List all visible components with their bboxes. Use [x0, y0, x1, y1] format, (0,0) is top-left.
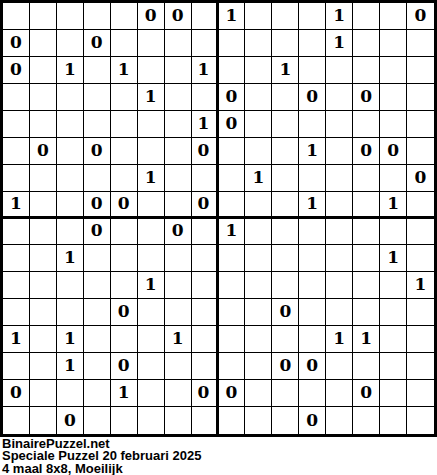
cell-r5c9: 0: [219, 111, 246, 138]
cell-r16c16[interactable]: [407, 407, 434, 434]
cell-r8c2[interactable]: [30, 192, 57, 219]
cell-r15c15[interactable]: [380, 380, 407, 407]
cell-r4c9: 0: [219, 84, 246, 111]
cell-r14c13[interactable]: [326, 353, 353, 380]
cell-r2c4: 0: [84, 30, 111, 57]
cell-r12c16[interactable]: [407, 299, 434, 326]
cell-r1c7: 0: [165, 3, 192, 30]
cell-r2c6[interactable]: [138, 30, 165, 57]
cell-r3c7[interactable]: [165, 57, 192, 84]
cell-r5c7[interactable]: [165, 111, 192, 138]
cell-r7c9[interactable]: [219, 165, 246, 192]
cell-r16c4[interactable]: [84, 407, 111, 434]
cell-r2c13: 1: [326, 30, 353, 57]
cell-r6c12: 1: [299, 138, 326, 165]
cell-r1c15[interactable]: [380, 3, 407, 30]
cell-r15c10[interactable]: [245, 380, 272, 407]
cell-r3c5: 1: [111, 57, 138, 84]
cell-r1c6: 0: [138, 3, 165, 30]
cell-r10c11[interactable]: [272, 245, 299, 272]
cell-r10c4[interactable]: [84, 245, 111, 272]
cell-r10c2[interactable]: [30, 245, 57, 272]
cell-r9c3[interactable]: [57, 219, 84, 246]
cell-r6c8: 0: [192, 138, 219, 165]
cell-r5c8: 1: [192, 111, 219, 138]
puzzle-info: 4 maal 8x8, Moeilijk: [2, 463, 437, 475]
cell-r11c4[interactable]: [84, 272, 111, 299]
cell-r6c4: 0: [84, 138, 111, 165]
cell-r11c15[interactable]: [380, 272, 407, 299]
cell-r3c6[interactable]: [138, 57, 165, 84]
cell-r16c14[interactable]: [353, 407, 380, 434]
cell-r12c2[interactable]: [30, 299, 57, 326]
cell-r5c13[interactable]: [326, 111, 353, 138]
cell-r10c7[interactable]: [165, 245, 192, 272]
cell-r4c6: 1: [138, 84, 165, 111]
cell-r14c9[interactable]: [219, 353, 246, 380]
cell-r11c16: 1: [407, 272, 434, 299]
cell-r12c15[interactable]: [380, 299, 407, 326]
cell-r11c14[interactable]: [353, 272, 380, 299]
cell-r16c2[interactable]: [30, 407, 57, 434]
cell-r6c9[interactable]: [219, 138, 246, 165]
cell-r1c3[interactable]: [57, 3, 84, 30]
cell-r9c15[interactable]: [380, 219, 407, 246]
cell-r4c15[interactable]: [380, 84, 407, 111]
cell-r5c14[interactable]: [353, 111, 380, 138]
cell-r15c3[interactable]: [57, 380, 84, 407]
cell-r9c13[interactable]: [326, 219, 353, 246]
cell-r5c12[interactable]: [299, 111, 326, 138]
cell-r10c14[interactable]: [353, 245, 380, 272]
cell-r10c9[interactable]: [219, 245, 246, 272]
cell-r13c12[interactable]: [299, 326, 326, 353]
cell-r7c10: 1: [245, 165, 272, 192]
cell-r3c2[interactable]: [30, 57, 57, 84]
cell-r6c6[interactable]: [138, 138, 165, 165]
cell-r14c1[interactable]: [3, 353, 30, 380]
cell-r6c11[interactable]: [272, 138, 299, 165]
cell-r16c5[interactable]: [111, 407, 138, 434]
cell-r13c13: 1: [326, 326, 353, 353]
cell-r14c7[interactable]: [165, 353, 192, 380]
cell-r6c2: 0: [30, 138, 57, 165]
cell-r13c7: 1: [165, 326, 192, 353]
cell-r16c15[interactable]: [380, 407, 407, 434]
cell-r8c14[interactable]: [353, 192, 380, 219]
cell-r10c8[interactable]: [192, 245, 219, 272]
cell-r13c10[interactable]: [245, 326, 272, 353]
cell-r6c1[interactable]: [3, 138, 30, 165]
cell-r12c12[interactable]: [299, 299, 326, 326]
cell-r5c6[interactable]: [138, 111, 165, 138]
cell-r10c5[interactable]: [111, 245, 138, 272]
cell-r11c12[interactable]: [299, 272, 326, 299]
cell-r11c1[interactable]: [3, 272, 30, 299]
cell-r7c16: 0: [407, 165, 434, 192]
cell-r3c9[interactable]: [219, 57, 246, 84]
cell-r12c9[interactable]: [219, 299, 246, 326]
cell-r1c1[interactable]: [3, 3, 30, 30]
cell-r5c16[interactable]: [407, 111, 434, 138]
cell-r15c2[interactable]: [30, 380, 57, 407]
cell-r13c1: 1: [3, 326, 30, 353]
cell-r16c12: 0: [299, 407, 326, 434]
cell-r6c13[interactable]: [326, 138, 353, 165]
cell-r15c4[interactable]: [84, 380, 111, 407]
cell-r3c15[interactable]: [380, 57, 407, 84]
cell-r12c4[interactable]: [84, 299, 111, 326]
cell-r14c5: 0: [111, 353, 138, 380]
cell-r15c13[interactable]: [326, 380, 353, 407]
cell-r11c13[interactable]: [326, 272, 353, 299]
cell-r7c8[interactable]: [192, 165, 219, 192]
cell-r4c16[interactable]: [407, 84, 434, 111]
cell-r15c7[interactable]: [165, 380, 192, 407]
cell-r4c11[interactable]: [272, 84, 299, 111]
cell-r8c3[interactable]: [57, 192, 84, 219]
cell-r6c16[interactable]: [407, 138, 434, 165]
cell-r12c14[interactable]: [353, 299, 380, 326]
cell-r15c9: 0: [219, 380, 246, 407]
cell-r8c9[interactable]: [219, 192, 246, 219]
cell-r11c6: 1: [138, 272, 165, 299]
cell-r9c4: 0: [84, 219, 111, 246]
cell-r7c7[interactable]: [165, 165, 192, 192]
cell-r15c1: 0: [3, 380, 30, 407]
cell-r7c3[interactable]: [57, 165, 84, 192]
cell-r3c1: 0: [3, 57, 30, 84]
cell-r11c5[interactable]: [111, 272, 138, 299]
cell-r16c1[interactable]: [3, 407, 30, 434]
cell-r16c7[interactable]: [165, 407, 192, 434]
cell-r10c1[interactable]: [3, 245, 30, 272]
cell-r15c16[interactable]: [407, 380, 434, 407]
cell-r5c3[interactable]: [57, 111, 84, 138]
cell-r8c10[interactable]: [245, 192, 272, 219]
cell-r12c1[interactable]: [3, 299, 30, 326]
cell-r7c6: 1: [138, 165, 165, 192]
cell-r8c7[interactable]: [165, 192, 192, 219]
cell-r16c9[interactable]: [219, 407, 246, 434]
cell-r8c16[interactable]: [407, 192, 434, 219]
cell-r3c16[interactable]: [407, 57, 434, 84]
cell-r7c14[interactable]: [353, 165, 380, 192]
cell-r12c5: 0: [111, 299, 138, 326]
footer: BinairePuzzel.net Speciale Puzzel 20 feb…: [0, 437, 437, 475]
cell-r10c16[interactable]: [407, 245, 434, 272]
cell-r14c4[interactable]: [84, 353, 111, 380]
cell-r5c2[interactable]: [30, 111, 57, 138]
cell-r9c5[interactable]: [111, 219, 138, 246]
cell-r3c3: 1: [57, 57, 84, 84]
cell-r13c2[interactable]: [30, 326, 57, 353]
cell-r4c1[interactable]: [3, 84, 30, 111]
cell-r8c4: 0: [84, 192, 111, 219]
cell-r12c11: 0: [272, 299, 299, 326]
cell-r2c1: 0: [3, 30, 30, 57]
cell-r2c10[interactable]: [245, 30, 272, 57]
cell-r2c16[interactable]: [407, 30, 434, 57]
cell-r2c8[interactable]: [192, 30, 219, 57]
cell-r10c12[interactable]: [299, 245, 326, 272]
cell-r8c8: 0: [192, 192, 219, 219]
cell-r6c3[interactable]: [57, 138, 84, 165]
cell-r1c11[interactable]: [272, 3, 299, 30]
cell-r4c14: 0: [353, 84, 380, 111]
cell-r1c10[interactable]: [245, 3, 272, 30]
cell-r13c6[interactable]: [138, 326, 165, 353]
cell-r8c15: 1: [380, 192, 407, 219]
cell-r13c8[interactable]: [192, 326, 219, 353]
cell-r6c7[interactable]: [165, 138, 192, 165]
cell-r4c4[interactable]: [84, 84, 111, 111]
cell-r16c3: 0: [57, 407, 84, 434]
cell-r7c4[interactable]: [84, 165, 111, 192]
cell-r10c13[interactable]: [326, 245, 353, 272]
cell-r11c7[interactable]: [165, 272, 192, 299]
cell-r10c3: 1: [57, 245, 84, 272]
cell-r7c11[interactable]: [272, 165, 299, 192]
cell-r15c12[interactable]: [299, 380, 326, 407]
cell-r14c8[interactable]: [192, 353, 219, 380]
cell-r2c15[interactable]: [380, 30, 407, 57]
puzzle-grid: 0011000101111100010000100110100011001111…: [0, 0, 437, 437]
cell-r1c14[interactable]: [353, 3, 380, 30]
cell-r9c14[interactable]: [353, 219, 380, 246]
cell-r15c11[interactable]: [272, 380, 299, 407]
cell-r14c11: 0: [272, 353, 299, 380]
cell-r13c15[interactable]: [380, 326, 407, 353]
cell-r2c7[interactable]: [165, 30, 192, 57]
cell-r3c12[interactable]: [299, 57, 326, 84]
cell-r14c6[interactable]: [138, 353, 165, 380]
cell-r3c8: 1: [192, 57, 219, 84]
cell-r11c9[interactable]: [219, 272, 246, 299]
cell-r12c10[interactable]: [245, 299, 272, 326]
cell-r1c16: 0: [407, 3, 434, 30]
cell-r4c13[interactable]: [326, 84, 353, 111]
cell-r3c4[interactable]: [84, 57, 111, 84]
cell-r12c13[interactable]: [326, 299, 353, 326]
cell-r2c2[interactable]: [30, 30, 57, 57]
cell-r9c9: 1: [219, 219, 246, 246]
cell-r7c12[interactable]: [299, 165, 326, 192]
cell-r15c14: 0: [353, 380, 380, 407]
cell-r7c2[interactable]: [30, 165, 57, 192]
cell-r7c13[interactable]: [326, 165, 353, 192]
cell-r4c7[interactable]: [165, 84, 192, 111]
cell-r3c13[interactable]: [326, 57, 353, 84]
cell-r16c6[interactable]: [138, 407, 165, 434]
cell-r1c4[interactable]: [84, 3, 111, 30]
cell-r11c11[interactable]: [272, 272, 299, 299]
cell-r15c5: 1: [111, 380, 138, 407]
cell-r6c5[interactable]: [111, 138, 138, 165]
cell-r14c16[interactable]: [407, 353, 434, 380]
cell-r5c10[interactable]: [245, 111, 272, 138]
cell-r2c3[interactable]: [57, 30, 84, 57]
cell-r12c6[interactable]: [138, 299, 165, 326]
cell-r6c14: 0: [353, 138, 380, 165]
cell-r9c11[interactable]: [272, 219, 299, 246]
cell-r10c15: 1: [380, 245, 407, 272]
cell-r14c3: 1: [57, 353, 84, 380]
cell-r13c16[interactable]: [407, 326, 434, 353]
cell-r2c9[interactable]: [219, 30, 246, 57]
cell-r3c10[interactable]: [245, 57, 272, 84]
cell-r4c5[interactable]: [111, 84, 138, 111]
cell-r4c2[interactable]: [30, 84, 57, 111]
cell-r2c14[interactable]: [353, 30, 380, 57]
cell-r8c12: 1: [299, 192, 326, 219]
cell-r8c1: 1: [3, 192, 30, 219]
cell-r11c3[interactable]: [57, 272, 84, 299]
cell-r13c3: 1: [57, 326, 84, 353]
cell-r12c3[interactable]: [57, 299, 84, 326]
cell-r1c9: 1: [219, 3, 246, 30]
cell-r4c10[interactable]: [245, 84, 272, 111]
puzzle-board: 0011000101111100010000100110100011001111…: [0, 0, 437, 437]
cell-r5c11[interactable]: [272, 111, 299, 138]
cell-r1c2[interactable]: [30, 3, 57, 30]
cell-r10c10[interactable]: [245, 245, 272, 272]
cell-r9c8[interactable]: [192, 219, 219, 246]
cell-r9c10[interactable]: [245, 219, 272, 246]
cell-r3c11: 1: [272, 57, 299, 84]
cell-r8c11[interactable]: [272, 192, 299, 219]
cell-r4c3[interactable]: [57, 84, 84, 111]
cell-r4c12: 0: [299, 84, 326, 111]
cell-r13c5[interactable]: [111, 326, 138, 353]
cell-r8c5: 0: [111, 192, 138, 219]
cell-r4c8[interactable]: [192, 84, 219, 111]
cell-r2c5[interactable]: [111, 30, 138, 57]
cell-r7c1[interactable]: [3, 165, 30, 192]
cell-r11c10[interactable]: [245, 272, 272, 299]
cell-r1c13: 1: [326, 3, 353, 30]
cell-r3c14[interactable]: [353, 57, 380, 84]
cell-r8c6[interactable]: [138, 192, 165, 219]
cell-r14c2[interactable]: [30, 353, 57, 380]
cell-r11c2[interactable]: [30, 272, 57, 299]
cell-r11c8[interactable]: [192, 272, 219, 299]
cell-r1c5[interactable]: [111, 3, 138, 30]
cell-r5c15[interactable]: [380, 111, 407, 138]
cell-r10c6[interactable]: [138, 245, 165, 272]
cell-r6c10[interactable]: [245, 138, 272, 165]
cell-r9c6[interactable]: [138, 219, 165, 246]
cell-r2c11[interactable]: [272, 30, 299, 57]
cell-r9c16[interactable]: [407, 219, 434, 246]
cell-r5c4[interactable]: [84, 111, 111, 138]
cell-r1c12[interactable]: [299, 3, 326, 30]
cell-r9c2[interactable]: [30, 219, 57, 246]
cell-r13c9[interactable]: [219, 326, 246, 353]
cell-r2c12[interactable]: [299, 30, 326, 57]
cell-r16c10[interactable]: [245, 407, 272, 434]
cell-r6c15: 0: [380, 138, 407, 165]
cell-r16c13[interactable]: [326, 407, 353, 434]
cell-r5c1[interactable]: [3, 111, 30, 138]
cell-r16c11[interactable]: [272, 407, 299, 434]
cell-r1c8[interactable]: [192, 3, 219, 30]
cell-r14c12: 0: [299, 353, 326, 380]
cell-r9c7: 0: [165, 219, 192, 246]
cell-r7c5[interactable]: [111, 165, 138, 192]
cell-r14c14[interactable]: [353, 353, 380, 380]
cell-r13c14: 1: [353, 326, 380, 353]
cell-r12c8[interactable]: [192, 299, 219, 326]
cell-r13c4[interactable]: [84, 326, 111, 353]
cell-r7c15[interactable]: [380, 165, 407, 192]
cell-r5c5[interactable]: [111, 111, 138, 138]
cell-r13c11[interactable]: [272, 326, 299, 353]
cell-r14c15[interactable]: [380, 353, 407, 380]
cell-r9c1[interactable]: [3, 219, 30, 246]
cell-r15c8: 0: [192, 380, 219, 407]
cell-r8c13[interactable]: [326, 192, 353, 219]
cell-r15c6[interactable]: [138, 380, 165, 407]
cell-r12c7[interactable]: [165, 299, 192, 326]
cell-r16c8[interactable]: [192, 407, 219, 434]
cell-r14c10[interactable]: [245, 353, 272, 380]
cell-r9c12[interactable]: [299, 219, 326, 246]
